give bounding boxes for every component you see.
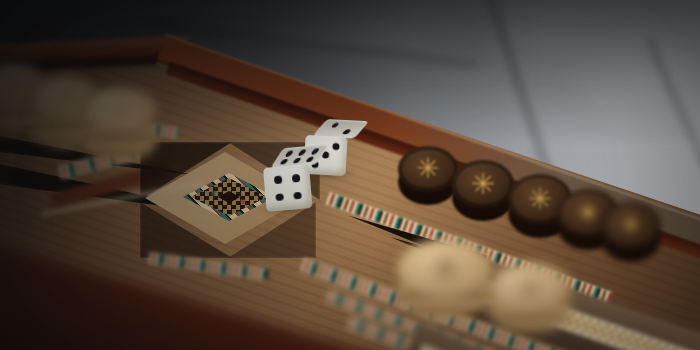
die-pip: [285, 150, 295, 157]
rosette-icon: ✳: [416, 155, 439, 183]
rosette-icon: ✳: [512, 269, 546, 309]
rosette-icon: ✳: [50, 81, 78, 114]
checker-light[interactable]: ✳: [486, 262, 572, 334]
checker-top: ✳: [486, 262, 572, 316]
checker-dark[interactable]: ✳: [398, 146, 458, 205]
checker-light[interactable]: ✳: [82, 86, 158, 162]
rosette-icon: ✳: [576, 199, 600, 228]
die-pip: [298, 149, 308, 156]
die-pip: [292, 174, 300, 182]
die-pip: [279, 158, 289, 165]
rosette-icon: ✳: [528, 185, 552, 214]
die-pip: [274, 176, 282, 184]
checker-top: ✳: [396, 238, 494, 300]
checker-top: ✳: [601, 202, 661, 249]
rosette-icon: ✳: [0, 69, 25, 100]
die-pip: [292, 157, 302, 164]
die-front-face: [263, 164, 313, 211]
checker-top: ✳: [82, 86, 158, 134]
die-pip: [341, 129, 351, 135]
die-pip: [310, 148, 320, 155]
die-pip: [293, 191, 301, 199]
die-pip: [275, 193, 283, 201]
die[interactable]: [261, 146, 312, 211]
rosette-icon: ✳: [619, 212, 642, 240]
backgammon-photo-scene: ✳✳✳✳✳✳✳✳✳✳: [0, 0, 700, 350]
die-pip: [330, 122, 340, 128]
rosette-icon: ✳: [471, 170, 495, 199]
checker-dark[interactable]: ✳: [452, 160, 514, 221]
checker-light[interactable]: ✳: [396, 238, 494, 320]
rosette-icon: ✳: [426, 247, 464, 292]
checker-top: ✳: [398, 146, 458, 192]
rosette-icon: ✳: [105, 93, 134, 128]
checker-dark[interactable]: ✳: [601, 202, 661, 262]
die-pip: [332, 143, 339, 150]
checker-top: ✳: [452, 160, 514, 208]
die-pip: [305, 156, 315, 163]
